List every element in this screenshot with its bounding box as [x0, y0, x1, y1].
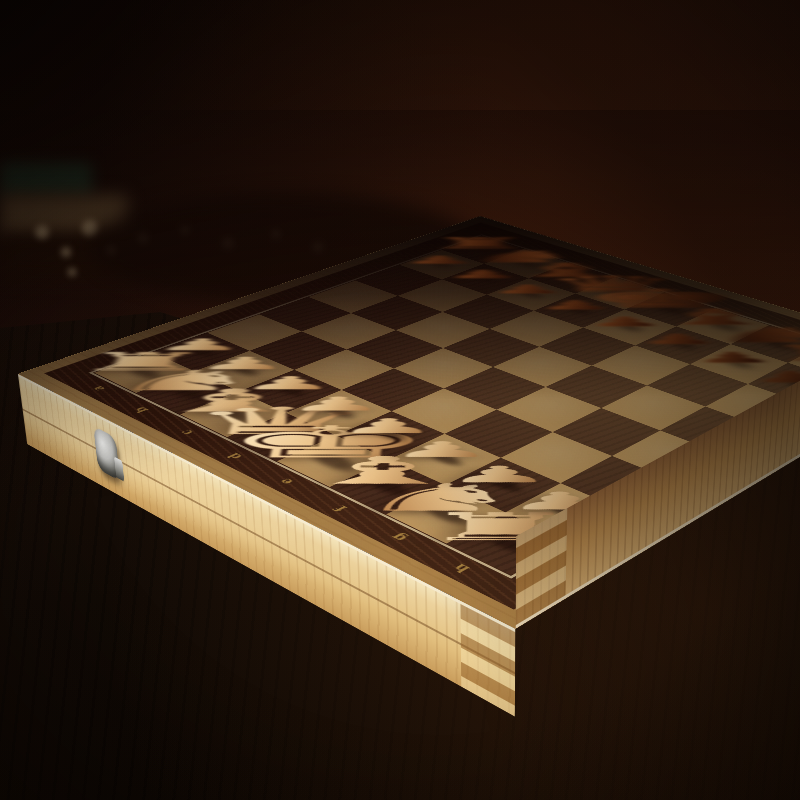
- piece-dark-pawn-b7: ♟: [446, 268, 518, 280]
- piece-dark-pawn-c7: ♟: [491, 283, 565, 295]
- piece-dark-pawn-f7: ♟: [637, 332, 720, 346]
- piece-dark-pawn-e7: ♟: [586, 315, 666, 328]
- board-3d-scene: abcdefgh12345678 ♜♞♝♛♚♝♞♜♟♟♟♟♟♟♟♟♟♟♟♟♟♟♟…: [0, 0, 800, 800]
- chess-set-photo-stage: abcdefgh12345678 ♜♞♝♛♚♝♞♜♟♟♟♟♟♟♟♟♟♟♟♟♟♟♟…: [0, 0, 800, 800]
- piece-dark-pawn-g7: ♟: [691, 350, 777, 365]
- metal-latch: [93, 426, 120, 481]
- piece-dark-pawn-a7: ♟: [404, 254, 475, 265]
- chess-board: abcdefgh12345678 ♜♞♝♛♚♝♞♜♟♟♟♟♟♟♟♟♟♟♟♟♟♟♟…: [18, 216, 800, 629]
- finger-joints-front: [460, 604, 515, 717]
